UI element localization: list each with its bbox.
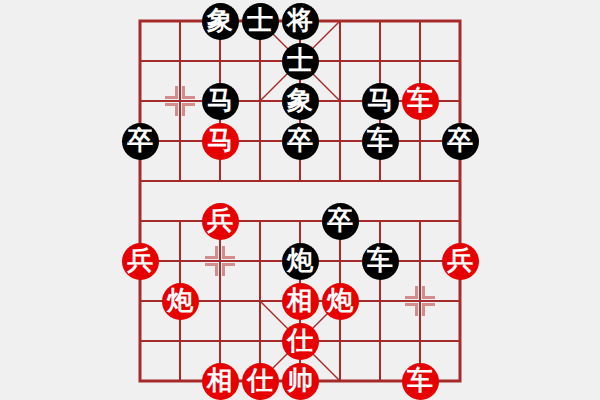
piece-red-炮[interactable]: 炮: [322, 283, 359, 320]
marker-corner: [182, 86, 195, 99]
piece-red-仕[interactable]: 仕: [242, 363, 279, 400]
marker-corner: [165, 86, 178, 99]
marker-corner: [165, 103, 178, 116]
marker-corner: [422, 286, 435, 299]
piece-red-兵[interactable]: 兵: [122, 243, 159, 280]
marker-corner: [205, 246, 218, 259]
piece-black-卒[interactable]: 卒: [122, 123, 159, 160]
piece-black-车[interactable]: 车: [362, 243, 399, 280]
piece-red-相[interactable]: 相: [282, 283, 319, 320]
piece-black-马[interactable]: 马: [362, 83, 399, 120]
last-move-marker: [405, 286, 435, 316]
xiangqi-board-screen: 象士将士马象马车卒马卒车卒兵卒兵炮车兵炮相炮仕相仕帅车: [0, 0, 600, 400]
piece-black-卒[interactable]: 卒: [282, 123, 319, 160]
marker-corner: [422, 303, 435, 316]
piece-red-兵[interactable]: 兵: [442, 243, 479, 280]
piece-black-卒[interactable]: 卒: [322, 203, 359, 240]
xiangqi-board: 象士将士马象马车卒马卒车卒兵卒兵炮车兵炮相炮仕相仕帅车: [120, 1, 480, 400]
piece-red-车[interactable]: 车: [402, 363, 439, 400]
piece-black-炮[interactable]: 炮: [282, 243, 319, 280]
piece-black-卒[interactable]: 卒: [442, 123, 479, 160]
piece-black-士[interactable]: 士: [282, 43, 319, 80]
last-move-marker: [205, 246, 235, 276]
piece-red-兵[interactable]: 兵: [202, 203, 239, 240]
marker-corner: [222, 246, 235, 259]
piece-black-象[interactable]: 象: [282, 83, 319, 120]
piece-red-车[interactable]: 车: [402, 83, 439, 120]
piece-black-车[interactable]: 车: [362, 123, 399, 160]
marker-corner: [405, 303, 418, 316]
marker-corner: [405, 286, 418, 299]
last-move-marker: [165, 86, 195, 116]
marker-corner: [205, 263, 218, 276]
piece-red-帅[interactable]: 帅: [282, 363, 319, 400]
marker-corner: [182, 103, 195, 116]
piece-black-象[interactable]: 象: [202, 3, 239, 40]
marker-corner: [222, 263, 235, 276]
piece-red-马[interactable]: 马: [202, 123, 239, 160]
piece-black-士[interactable]: 士: [242, 3, 279, 40]
piece-red-仕[interactable]: 仕: [282, 323, 319, 360]
piece-black-马[interactable]: 马: [202, 83, 239, 120]
piece-red-炮[interactable]: 炮: [162, 283, 199, 320]
piece-black-将[interactable]: 将: [282, 3, 319, 40]
piece-red-相[interactable]: 相: [202, 363, 239, 400]
